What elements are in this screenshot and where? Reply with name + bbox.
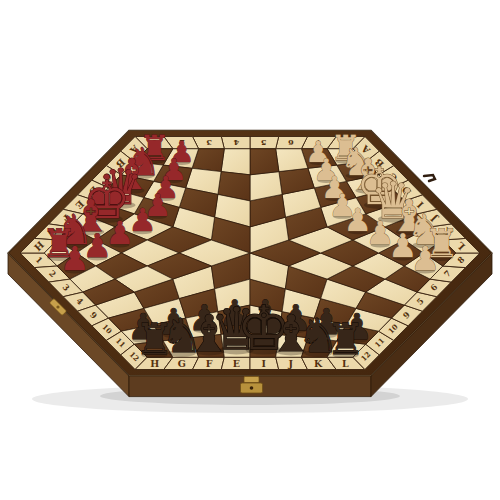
edge-label-top-4: 4	[233, 138, 239, 148]
left-hinge-pin	[56, 305, 59, 308]
piece-red-pawn-H2[interactable]: ♟	[60, 239, 90, 278]
edge-label-top-6: 6	[288, 138, 294, 148]
piece-black-rook-H12[interactable]: ♜	[135, 314, 174, 364]
piece-black-rook-L12[interactable]: ♜	[326, 314, 365, 364]
piece-natural-pawn-L7[interactable]: ♟	[410, 239, 440, 278]
product-photo-three-player-chess: 12349101112HGFEIJKL12111095678LKJIDCBA87…	[0, 0, 500, 500]
three-player-chess-board: 12349101112HGFEIJKL12111095678LKJIDCBA87…	[0, 0, 500, 500]
edge-label-top-3: 3	[206, 138, 212, 148]
front-clasp-keyhole	[250, 386, 254, 390]
cell-q3-3-3[interactable]	[250, 149, 279, 175]
cell-q4-0-0[interactable]	[221, 149, 250, 175]
right-latch-hook	[424, 175, 435, 181]
edge-label-top-5: 5	[260, 138, 266, 148]
front-clasp-plate	[244, 377, 259, 383]
